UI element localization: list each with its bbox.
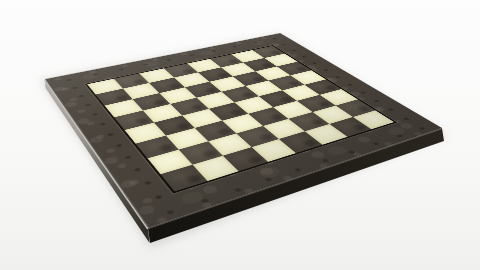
chessboard-product-photo	[0, 0, 480, 270]
